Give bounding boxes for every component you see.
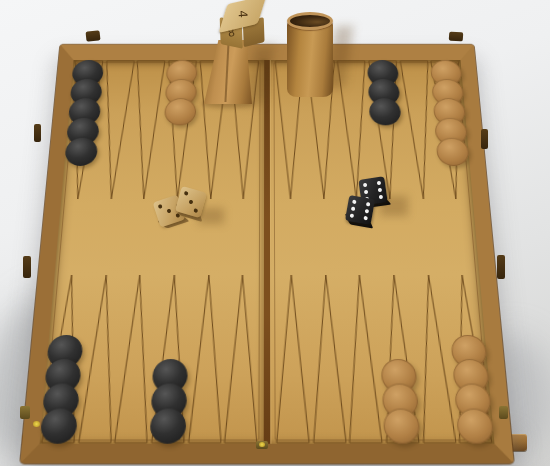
hinge-right-upper xyxy=(481,129,488,149)
photo-scene: 8 4 xyxy=(0,0,550,466)
die-pip xyxy=(379,195,384,200)
die-pip xyxy=(364,216,369,221)
cylindrical-dice-cup[interactable] xyxy=(287,12,333,97)
die-pip xyxy=(363,183,368,188)
checker-black[interactable] xyxy=(369,98,402,125)
point-bottom-4[interactable] xyxy=(149,272,191,444)
checker-wood[interactable] xyxy=(435,138,469,166)
die-pip xyxy=(378,188,383,193)
die-pip xyxy=(352,200,357,205)
checker-wood[interactable] xyxy=(383,409,421,444)
die-pip xyxy=(364,190,369,195)
checker-stack xyxy=(223,272,260,444)
die-pip xyxy=(351,207,356,212)
playing-field xyxy=(40,60,495,444)
brass-glint-bottom-left xyxy=(33,421,40,427)
checker-black[interactable] xyxy=(150,409,187,444)
checker-wood[interactable] xyxy=(164,98,196,125)
center-bar xyxy=(259,60,274,444)
point-bottom-8[interactable] xyxy=(274,272,311,444)
die-pip xyxy=(365,209,370,214)
die-pip xyxy=(377,181,382,186)
brass-latch-top-right xyxy=(449,32,464,42)
fold-seam xyxy=(264,60,271,444)
die-pip xyxy=(167,209,172,214)
checker-stack xyxy=(149,272,191,444)
points-grid xyxy=(40,60,495,444)
die-pip xyxy=(158,204,163,209)
die-pip xyxy=(350,214,355,219)
checker-black[interactable] xyxy=(64,138,98,166)
point-bottom-9[interactable] xyxy=(308,272,348,444)
point-bottom-5[interactable] xyxy=(186,272,226,444)
point-bottom-6[interactable] xyxy=(223,272,260,444)
cylindrical-cup-body xyxy=(287,21,333,97)
hinge-left-upper xyxy=(34,124,41,142)
brass-latch-top-left xyxy=(86,30,101,41)
checker-stack xyxy=(308,272,348,444)
brass-corner-bottom-right xyxy=(499,406,508,419)
die-pip xyxy=(194,209,199,214)
point-top-4[interactable] xyxy=(161,60,199,202)
hinge-left-lower xyxy=(23,256,31,278)
checker-black[interactable] xyxy=(40,409,79,444)
black-die-2-face xyxy=(345,195,375,225)
black-die-2[interactable] xyxy=(345,195,375,225)
die-pip xyxy=(366,202,371,207)
die-pip xyxy=(184,191,189,196)
die-pip xyxy=(189,200,194,205)
checker-stack xyxy=(274,272,311,444)
checker-wood[interactable] xyxy=(456,409,495,444)
case-catch-glint xyxy=(259,442,265,447)
hinge-right-lower xyxy=(497,255,505,279)
checker-stack xyxy=(161,60,199,202)
backgammon-board xyxy=(20,45,513,464)
doubling-cube-top-value: 4 xyxy=(229,0,257,35)
doubling-cube[interactable]: 8 4 xyxy=(217,0,271,52)
checker-stack xyxy=(186,272,226,444)
cylindrical-cup-opening xyxy=(287,12,333,30)
brass-corner-bottom-left xyxy=(20,406,30,419)
